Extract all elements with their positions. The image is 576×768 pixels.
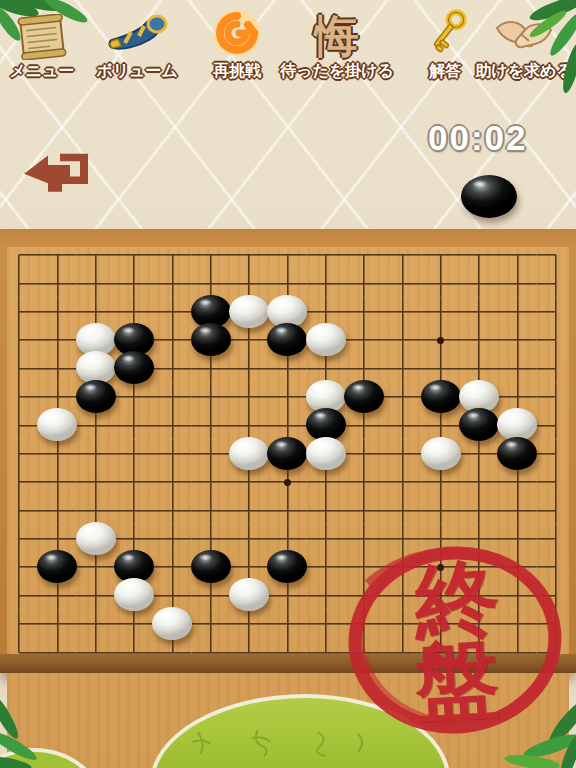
board-intersection[interactable] — [38, 440, 76, 468]
board-intersection[interactable] — [537, 298, 575, 326]
black-stone — [344, 380, 384, 413]
board-intersection[interactable] — [537, 411, 575, 439]
black-stone — [37, 550, 77, 583]
board-intersection[interactable] — [345, 241, 383, 269]
board-intersection[interactable] — [0, 241, 38, 269]
board-intersection[interactable] — [268, 581, 306, 609]
board-intersection[interactable] — [115, 610, 153, 638]
board-intersection[interactable] — [38, 383, 76, 411]
black-stone — [114, 351, 154, 384]
board-intersection[interactable] — [383, 354, 421, 382]
board-intersection[interactable] — [230, 581, 268, 609]
black-stone — [76, 380, 116, 413]
white-stone — [421, 437, 461, 470]
board-intersection[interactable] — [0, 638, 38, 666]
board-intersection[interactable] — [383, 411, 421, 439]
board-intersection[interactable] — [460, 496, 498, 524]
board-intersection[interactable] — [115, 269, 153, 297]
retry-label: 再挑戦 — [213, 61, 261, 82]
board-intersection[interactable] — [307, 468, 345, 496]
volume-label: ボリューム — [96, 61, 178, 82]
star-point — [437, 337, 444, 344]
board-intersection[interactable] — [153, 383, 191, 411]
board-intersection[interactable] — [383, 468, 421, 496]
board-intersection[interactable] — [153, 326, 191, 354]
board-intersection[interactable] — [460, 326, 498, 354]
board-intersection[interactable] — [498, 354, 536, 382]
timer: 00:02 — [428, 118, 528, 158]
board-intersection[interactable] — [38, 298, 76, 326]
board-intersection[interactable] — [498, 326, 536, 354]
board-intersection[interactable] — [307, 440, 345, 468]
board-intersection[interactable] — [268, 440, 306, 468]
board-intersection[interactable] — [230, 553, 268, 581]
white-stone — [229, 437, 269, 470]
board-intersection[interactable] — [230, 298, 268, 326]
board-intersection[interactable] — [537, 383, 575, 411]
retry-swirl-icon — [209, 8, 265, 60]
board-intersection[interactable] — [230, 496, 268, 524]
board-intersection[interactable] — [0, 411, 38, 439]
board-intersection[interactable] — [230, 354, 268, 382]
bamboo-leaves-top-right — [492, 0, 576, 104]
board-intersection[interactable] — [307, 496, 345, 524]
black-stone — [267, 437, 307, 470]
board-intersection[interactable] — [307, 383, 345, 411]
board-intersection[interactable] — [422, 411, 460, 439]
board-intersection[interactable] — [460, 383, 498, 411]
board-intersection[interactable] — [422, 383, 460, 411]
board-intersection[interactable] — [115, 241, 153, 269]
board-intersection[interactable] — [498, 496, 536, 524]
board-intersection[interactable] — [345, 411, 383, 439]
white-stone — [114, 578, 154, 611]
board-intersection[interactable] — [498, 298, 536, 326]
board-intersection[interactable] — [192, 553, 230, 581]
board-intersection[interactable] — [537, 496, 575, 524]
white-stone — [229, 578, 269, 611]
board-intersection[interactable] — [422, 298, 460, 326]
menu-label: メニュー — [9, 61, 74, 82]
board-intersection[interactable] — [77, 298, 115, 326]
black-stone — [497, 437, 537, 470]
board-intersection[interactable] — [460, 468, 498, 496]
black-stone — [267, 323, 307, 356]
board-intersection[interactable] — [268, 354, 306, 382]
board-intersection[interactable] — [0, 496, 38, 524]
board-intersection[interactable] — [115, 440, 153, 468]
board-intersection[interactable] — [537, 440, 575, 468]
board-intersection[interactable] — [537, 241, 575, 269]
board-intersection[interactable] — [345, 326, 383, 354]
board-intersection[interactable] — [0, 468, 38, 496]
board-intersection[interactable] — [230, 411, 268, 439]
board-intersection[interactable] — [230, 638, 268, 666]
board-intersection[interactable] — [268, 269, 306, 297]
board-intersection[interactable] — [345, 298, 383, 326]
board-intersection[interactable] — [153, 354, 191, 382]
board-intersection[interactable] — [115, 525, 153, 553]
board-intersection[interactable] — [77, 354, 115, 382]
board-intersection[interactable] — [268, 553, 306, 581]
board-intersection[interactable] — [537, 326, 575, 354]
board-intersection[interactable] — [192, 411, 230, 439]
board-intersection[interactable] — [0, 326, 38, 354]
board-intersection[interactable] — [537, 354, 575, 382]
board-intersection[interactable] — [230, 269, 268, 297]
board-intersection[interactable] — [307, 326, 345, 354]
board-intersection[interactable] — [422, 496, 460, 524]
board-intersection[interactable] — [0, 298, 38, 326]
board-intersection[interactable] — [38, 553, 76, 581]
undo-label: 待ったを掛ける — [280, 61, 394, 82]
answer-label: 解答 — [429, 61, 461, 82]
board-intersection[interactable] — [498, 468, 536, 496]
black-stone — [459, 408, 499, 441]
board-intersection[interactable] — [38, 581, 76, 609]
board-intersection[interactable] — [77, 638, 115, 666]
board-intersection[interactable] — [307, 298, 345, 326]
board-intersection[interactable] — [0, 610, 38, 638]
board-intersection[interactable] — [460, 269, 498, 297]
undo-button[interactable]: 悔 待ったを掛ける — [282, 8, 392, 82]
board-intersection[interactable] — [537, 468, 575, 496]
board-intersection[interactable] — [383, 241, 421, 269]
board-intersection[interactable] — [192, 496, 230, 524]
board-intersection[interactable] — [383, 496, 421, 524]
board-intersection[interactable] — [38, 496, 76, 524]
board-intersection[interactable] — [77, 440, 115, 468]
board-intersection[interactable] — [153, 411, 191, 439]
board-intersection[interactable] — [115, 298, 153, 326]
board-intersection[interactable] — [307, 354, 345, 382]
board-intersection[interactable] — [307, 241, 345, 269]
black-stone — [267, 550, 307, 583]
turn-indicator-black-stone — [461, 175, 517, 218]
board-intersection[interactable] — [38, 468, 76, 496]
white-stone — [37, 408, 77, 441]
board-intersection[interactable] — [38, 411, 76, 439]
board-intersection[interactable] — [422, 440, 460, 468]
board-intersection[interactable] — [307, 269, 345, 297]
board-intersection[interactable] — [268, 638, 306, 666]
board-intersection[interactable] — [0, 269, 38, 297]
board-intersection[interactable] — [422, 326, 460, 354]
board-intersection[interactable] — [498, 241, 536, 269]
board-intersection[interactable] — [153, 610, 191, 638]
board-intersection[interactable] — [192, 525, 230, 553]
board-intersection[interactable] — [192, 581, 230, 609]
board-intersection[interactable] — [153, 581, 191, 609]
board-intersection[interactable] — [498, 411, 536, 439]
board-intersection[interactable] — [38, 610, 76, 638]
white-stone — [76, 522, 116, 555]
board-intersection[interactable] — [268, 468, 306, 496]
board-intersection[interactable] — [422, 241, 460, 269]
board-intersection[interactable] — [77, 411, 115, 439]
white-stone — [306, 437, 346, 470]
board-intersection[interactable] — [345, 440, 383, 468]
white-stone — [229, 295, 269, 328]
board-intersection[interactable] — [268, 610, 306, 638]
board-intersection[interactable] — [77, 525, 115, 553]
board-intersection[interactable] — [153, 525, 191, 553]
board-intersection[interactable] — [153, 241, 191, 269]
board-intersection[interactable] — [77, 269, 115, 297]
board-intersection[interactable] — [345, 468, 383, 496]
board-intersection[interactable] — [77, 468, 115, 496]
key-icon — [417, 8, 473, 60]
board-intersection[interactable] — [77, 326, 115, 354]
board-intersection[interactable] — [153, 468, 191, 496]
board-intersection[interactable] — [38, 638, 76, 666]
board-intersection[interactable] — [192, 383, 230, 411]
board-intersection[interactable] — [460, 411, 498, 439]
board-intersection[interactable] — [383, 326, 421, 354]
board-intersection[interactable] — [383, 298, 421, 326]
kanji-kai-glyph: 悔 — [315, 12, 359, 60]
star-point — [284, 479, 291, 486]
board-intersection[interactable] — [383, 440, 421, 468]
board-intersection[interactable] — [38, 354, 76, 382]
game-screen: メニュー ボリューム — [0, 0, 576, 768]
board-intersection[interactable] — [192, 241, 230, 269]
board-intersection[interactable] — [0, 440, 38, 468]
board-intersection[interactable] — [0, 383, 38, 411]
board-intersection[interactable] — [422, 269, 460, 297]
board-intersection[interactable] — [153, 298, 191, 326]
board-intersection[interactable] — [38, 326, 76, 354]
board-intersection[interactable] — [115, 326, 153, 354]
board-intersection[interactable] — [460, 241, 498, 269]
board-intersection[interactable] — [77, 610, 115, 638]
white-stone — [306, 323, 346, 356]
board-intersection[interactable] — [230, 383, 268, 411]
board-intersection[interactable] — [307, 411, 345, 439]
board-intersection[interactable] — [537, 269, 575, 297]
board-intersection[interactable] — [498, 383, 536, 411]
board-intersection[interactable] — [153, 269, 191, 297]
board-intersection[interactable] — [383, 383, 421, 411]
bamboo-leaves-bottom-right — [472, 696, 576, 768]
board-intersection[interactable] — [115, 581, 153, 609]
board-intersection[interactable] — [230, 610, 268, 638]
board-intersection[interactable] — [230, 525, 268, 553]
kanji-kai-icon: 悔 — [315, 8, 359, 60]
bamboo-leaves-top-left — [0, 0, 106, 46]
board-intersection[interactable] — [115, 411, 153, 439]
board-intersection[interactable] — [383, 269, 421, 297]
board-intersection[interactable] — [192, 610, 230, 638]
board-intersection[interactable] — [192, 326, 230, 354]
retry-button[interactable]: 再挑戦 — [182, 8, 292, 82]
board-intersection[interactable] — [345, 496, 383, 524]
board-intersection[interactable] — [422, 354, 460, 382]
board-intersection[interactable] — [192, 354, 230, 382]
board-intersection[interactable] — [77, 383, 115, 411]
board-intersection[interactable] — [498, 440, 536, 468]
board-intersection[interactable] — [115, 496, 153, 524]
board-intersection[interactable] — [498, 269, 536, 297]
horn-icon — [105, 8, 169, 60]
black-stone — [191, 550, 231, 583]
board-intersection[interactable] — [153, 440, 191, 468]
board-intersection[interactable] — [345, 354, 383, 382]
board-intersection[interactable] — [38, 241, 76, 269]
board-intersection[interactable] — [0, 581, 38, 609]
board-intersection[interactable] — [77, 581, 115, 609]
back-arrow-icon[interactable] — [22, 148, 92, 202]
board-intersection[interactable] — [268, 383, 306, 411]
board-intersection[interactable] — [268, 496, 306, 524]
board-intersection[interactable] — [77, 496, 115, 524]
board-intersection[interactable] — [0, 525, 38, 553]
board-intersection[interactable] — [153, 638, 191, 666]
board-intersection[interactable] — [422, 468, 460, 496]
black-stone — [191, 323, 231, 356]
board-intersection[interactable] — [460, 354, 498, 382]
board-intersection[interactable] — [115, 468, 153, 496]
board-intersection[interactable] — [230, 440, 268, 468]
board-intersection[interactable] — [192, 440, 230, 468]
board-intersection[interactable] — [0, 354, 38, 382]
board-intersection[interactable] — [268, 241, 306, 269]
board-intersection[interactable] — [268, 326, 306, 354]
white-stone — [152, 607, 192, 640]
board-intersection[interactable] — [345, 269, 383, 297]
board-intersection[interactable] — [153, 496, 191, 524]
board-intersection[interactable] — [460, 298, 498, 326]
board-intersection[interactable] — [192, 298, 230, 326]
board-intersection[interactable] — [38, 525, 76, 553]
board-intersection[interactable] — [268, 411, 306, 439]
board-intersection[interactable] — [115, 638, 153, 666]
board-intersection[interactable] — [268, 525, 306, 553]
board-intersection[interactable] — [115, 383, 153, 411]
board-intersection[interactable] — [460, 440, 498, 468]
board-intersection[interactable] — [230, 241, 268, 269]
board-intersection[interactable] — [153, 553, 191, 581]
board-intersection[interactable] — [38, 269, 76, 297]
board-intersection[interactable] — [230, 468, 268, 496]
board-intersection[interactable] — [268, 298, 306, 326]
board-intersection[interactable] — [115, 354, 153, 382]
board-intersection[interactable] — [0, 553, 38, 581]
board-intersection[interactable] — [77, 241, 115, 269]
board-intersection[interactable] — [345, 383, 383, 411]
board-intersection[interactable] — [115, 553, 153, 581]
black-stone — [421, 380, 461, 413]
bamboo-leaves-bottom-left — [0, 686, 64, 768]
board-intersection[interactable] — [77, 553, 115, 581]
board-intersection[interactable] — [192, 468, 230, 496]
board-intersection[interactable] — [192, 269, 230, 297]
board-intersection[interactable] — [230, 326, 268, 354]
board-intersection[interactable] — [192, 638, 230, 666]
